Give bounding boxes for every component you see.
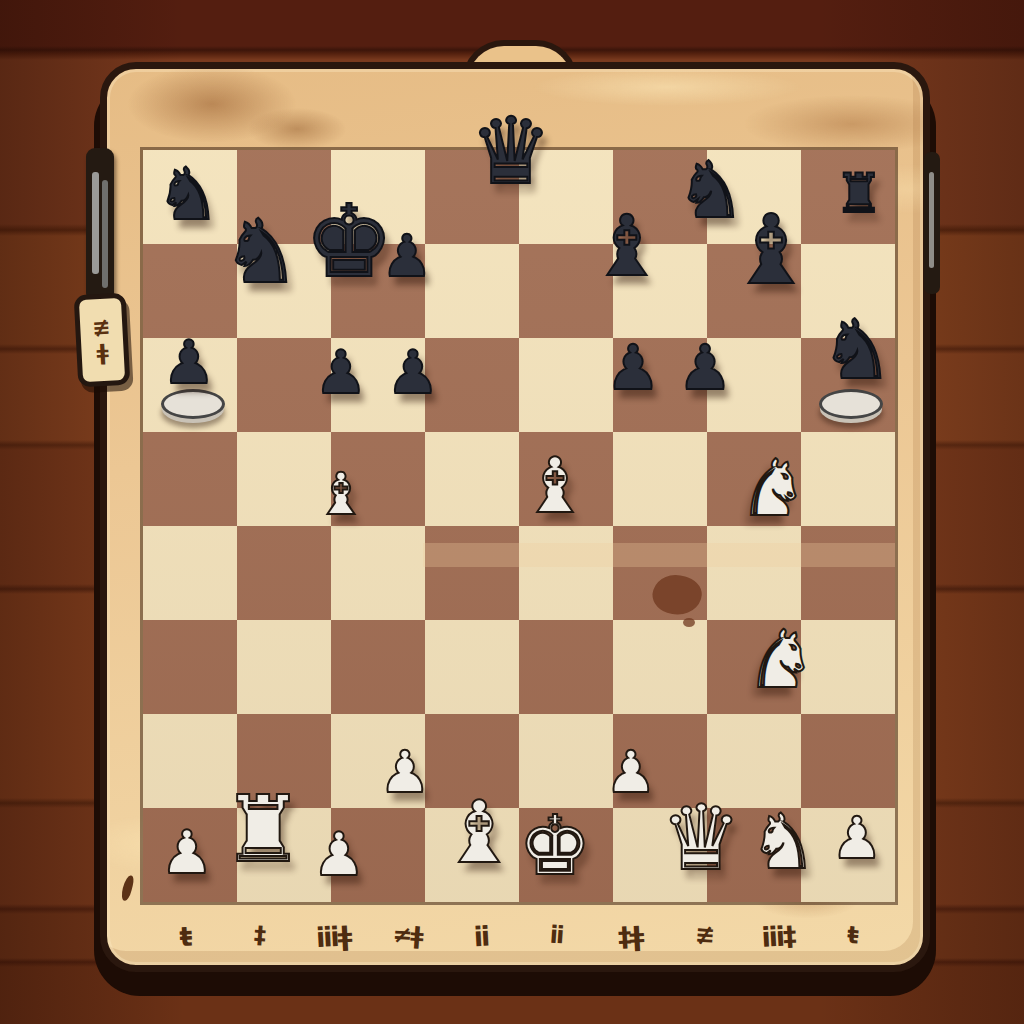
piece-a1-white-pawn[interactable]: ♟ [160, 822, 214, 882]
piece-g3-white-knight[interactable]: ♞ [745, 620, 817, 700]
piece-d7-black-pawn[interactable]: ♟ [381, 227, 433, 285]
square-b3[interactable] [237, 620, 331, 714]
square-a5[interactable] [143, 432, 237, 526]
square-e2[interactable] [519, 714, 613, 808]
square-d3[interactable] [425, 620, 519, 714]
piece-g7-black-bishop[interactable]: ♝ [728, 202, 814, 298]
bottom-frame-glyph-3: ≠ǂ [392, 920, 423, 950]
square-d4[interactable] [425, 526, 519, 620]
piece-c5-white-bishop[interactable]: ♝ [315, 465, 367, 523]
board-clip-left [86, 148, 114, 302]
piece-h6-black-knight[interactable]: ♞ [820, 309, 894, 391]
square-e4[interactable] [519, 526, 613, 620]
piece-g5-white-knight[interactable]: ♞ [738, 449, 808, 527]
piece-e1-white-king[interactable]: ♚ [518, 805, 592, 887]
square-e3[interactable] [519, 620, 613, 714]
piece-d6-black-pawn[interactable]: ♟ [386, 342, 440, 402]
piece-f6-black-pawn[interactable]: ♟ [605, 337, 661, 399]
bottom-frame-glyph-5: ⅱ [548, 921, 563, 950]
piece-f1-white-queen[interactable]: ♛ [661, 793, 742, 883]
bottom-frame-glyph-6: ‡ǂ [617, 920, 643, 952]
bottom-frame-glyph-4: ⅱ [473, 921, 489, 953]
clip-metal-strip [92, 172, 99, 274]
square-h2[interactable] [801, 714, 895, 808]
piece-b1-white-rook[interactable]: ♜ [222, 784, 304, 876]
square-f4[interactable] [613, 526, 707, 620]
piece-g1-white-knight[interactable]: ♞ [749, 804, 817, 880]
piece-c1-white-pawn[interactable]: ♟ [312, 824, 366, 884]
piece-a6-black-pawn[interactable]: ♟ [162, 332, 216, 392]
piece-f2-white-pawn[interactable]: ♟ [605, 743, 657, 801]
square-e6[interactable] [519, 338, 613, 432]
square-a3[interactable] [143, 620, 237, 714]
square-c4[interactable] [331, 526, 425, 620]
bottom-frame-glyph-9: ŧ [846, 921, 857, 950]
piece-c2-white-pawn[interactable]: ♟ [379, 743, 431, 801]
board-clip-right [924, 152, 940, 294]
piece-f7-black-bishop[interactable]: ♝ [589, 204, 664, 288]
bottom-frame-glyph-7: ≢ [694, 920, 714, 949]
board-playing-area: ♞♛♜♞♞♚♟♝♝♟♟♟♟♟♞♝♝♞♞♟♟♟♜♟♝♚♛♞♟ [140, 147, 898, 905]
piece-g6-black-pawn[interactable]: ♟ [677, 337, 733, 399]
square-d5[interactable] [425, 432, 519, 526]
square-c3[interactable] [331, 620, 425, 714]
bottom-frame-glyph-2: ⅲǂ [315, 920, 351, 953]
square-b4[interactable] [237, 526, 331, 620]
square-f5[interactable] [613, 432, 707, 526]
piece-c6-black-pawn[interactable]: ♟ [314, 342, 368, 402]
clip-metal-strip [929, 172, 934, 268]
piece-h8-black-rook[interactable]: ♜ [835, 167, 883, 221]
square-g4[interactable] [707, 526, 801, 620]
bottom-frame-glyph-8: ⅲ‡ [760, 920, 795, 953]
bottom-frame-glyph-1: ‡ [253, 921, 265, 950]
chess-illustration: ♞♛♜♞♞♚♟♝♝♟♟♟♟♟♞♝♝♞♞♟♟♟♜♟♝♚♛♞♟ ŧ‡ⅲǂ≠ǂⅱⅱ‡ǂ… [0, 0, 1024, 1024]
frame-bottom-labels: ŧ‡ⅲǂ≠ǂⅱⅱ‡ǂ≢ⅲ‡ŧ [107, 921, 923, 965]
clip-metal-strip [102, 180, 108, 288]
piece-d8-black-queen[interactable]: ♛ [470, 106, 552, 198]
square-a4[interactable] [143, 526, 237, 620]
side-tag: ≢ ǂ [74, 293, 131, 388]
square-h5[interactable] [801, 432, 895, 526]
piece-a8-black-knight[interactable]: ♞ [156, 158, 221, 230]
piece-h1-white-pawn[interactable]: ♟ [831, 809, 883, 867]
piece-b7-black-knight[interactable]: ♞ [222, 208, 301, 296]
square-d7[interactable] [425, 244, 519, 338]
square-h4[interactable] [801, 526, 895, 620]
side-tag-glyph: ≢ [92, 315, 112, 339]
chess-board-frame: ♞♛♜♞♞♚♟♝♝♟♟♟♟♟♞♝♝♞♞♟♟♟♜♟♝♚♛♞♟ ŧ‡ⅲǂ≠ǂⅱⅱ‡ǂ… [100, 62, 930, 972]
bottom-frame-glyph-0: ŧ [179, 921, 192, 953]
piece-e5-white-bishop[interactable]: ♝ [521, 448, 589, 524]
side-tag-glyph: ǂ [96, 341, 109, 365]
frame-scratch-mark [120, 874, 135, 901]
square-f3[interactable] [613, 620, 707, 714]
piece-d1-white-bishop[interactable]: ♝ [440, 789, 517, 875]
